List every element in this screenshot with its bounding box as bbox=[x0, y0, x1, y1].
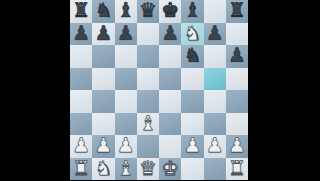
square-g5[interactable] bbox=[204, 68, 226, 91]
white-king[interactable]: ♚ bbox=[161, 158, 179, 178]
square-d3[interactable]: ♝ bbox=[137, 113, 159, 136]
square-f7[interactable]: ♞ bbox=[181, 23, 203, 46]
black-pawn[interactable]: ♟ bbox=[117, 23, 135, 43]
square-d5[interactable] bbox=[137, 68, 159, 91]
square-d2[interactable] bbox=[137, 135, 159, 158]
square-a1[interactable]: ♜ bbox=[70, 158, 92, 181]
square-e3[interactable] bbox=[159, 113, 181, 136]
square-a2[interactable]: ♟ bbox=[70, 135, 92, 158]
square-b5[interactable] bbox=[92, 68, 114, 91]
square-d4[interactable] bbox=[137, 90, 159, 113]
square-b6[interactable] bbox=[92, 45, 114, 68]
square-a7[interactable]: ♟ bbox=[70, 23, 92, 46]
black-pawn[interactable]: ♟ bbox=[206, 23, 224, 43]
square-e6[interactable] bbox=[159, 45, 181, 68]
square-g4[interactable] bbox=[204, 90, 226, 113]
square-h1[interactable]: ♜ bbox=[226, 158, 248, 181]
square-c3[interactable] bbox=[115, 113, 137, 136]
square-h8[interactable]: ♜ bbox=[226, 0, 248, 23]
square-b1[interactable]: ♞ bbox=[92, 158, 114, 181]
white-rook[interactable]: ♜ bbox=[228, 158, 246, 178]
white-pawn[interactable]: ♟ bbox=[228, 135, 246, 155]
video-frame: ♜♞♝♛♚♝♜♟♟♟♟♞♟♞♟♝♟♟♟♟♟♟♜♞♝♛♚♜ bbox=[0, 0, 320, 180]
white-pawn[interactable]: ♟ bbox=[117, 135, 135, 155]
letterbox-left bbox=[0, 0, 70, 180]
square-f2[interactable]: ♟ bbox=[181, 135, 203, 158]
black-bishop[interactable]: ♝ bbox=[117, 0, 135, 20]
square-d6[interactable] bbox=[137, 45, 159, 68]
square-c8[interactable]: ♝ bbox=[115, 0, 137, 23]
white-pawn[interactable]: ♟ bbox=[94, 135, 112, 155]
square-h7[interactable] bbox=[226, 23, 248, 46]
black-queen[interactable]: ♛ bbox=[139, 0, 157, 20]
square-e1[interactable]: ♚ bbox=[159, 158, 181, 181]
square-g6[interactable] bbox=[204, 45, 226, 68]
white-rook[interactable]: ♜ bbox=[72, 158, 90, 178]
square-f5[interactable] bbox=[181, 68, 203, 91]
square-f6[interactable]: ♞ bbox=[181, 45, 203, 68]
square-a5[interactable] bbox=[70, 68, 92, 91]
black-pawn[interactable]: ♟ bbox=[72, 23, 90, 43]
square-a8[interactable]: ♜ bbox=[70, 0, 92, 23]
square-e7[interactable]: ♟ bbox=[159, 23, 181, 46]
white-pawn[interactable]: ♟ bbox=[183, 135, 201, 155]
black-pawn[interactable]: ♟ bbox=[228, 45, 246, 65]
white-bishop[interactable]: ♝ bbox=[117, 158, 135, 178]
square-b2[interactable]: ♟ bbox=[92, 135, 114, 158]
square-g2[interactable]: ♟ bbox=[204, 135, 226, 158]
square-a3[interactable] bbox=[70, 113, 92, 136]
white-bishop[interactable]: ♝ bbox=[139, 113, 157, 133]
square-c2[interactable]: ♟ bbox=[115, 135, 137, 158]
square-h4[interactable] bbox=[226, 90, 248, 113]
square-c1[interactable]: ♝ bbox=[115, 158, 137, 181]
square-g8[interactable] bbox=[204, 0, 226, 23]
black-king[interactable]: ♚ bbox=[161, 0, 179, 20]
square-e5[interactable] bbox=[159, 68, 181, 91]
black-knight[interactable]: ♞ bbox=[183, 45, 201, 65]
square-f4[interactable] bbox=[181, 90, 203, 113]
white-knight[interactable]: ♞ bbox=[94, 158, 112, 178]
square-f1[interactable] bbox=[181, 158, 203, 181]
square-f3[interactable] bbox=[181, 113, 203, 136]
square-g7[interactable]: ♟ bbox=[204, 23, 226, 46]
square-c7[interactable]: ♟ bbox=[115, 23, 137, 46]
square-h6[interactable]: ♟ bbox=[226, 45, 248, 68]
black-pawn[interactable]: ♟ bbox=[161, 23, 179, 43]
square-h5[interactable] bbox=[226, 68, 248, 91]
square-g1[interactable] bbox=[204, 158, 226, 181]
black-knight[interactable]: ♞ bbox=[94, 0, 112, 20]
white-queen[interactable]: ♛ bbox=[139, 158, 157, 178]
square-b8[interactable]: ♞ bbox=[92, 0, 114, 23]
square-e8[interactable]: ♚ bbox=[159, 0, 181, 23]
white-pawn[interactable]: ♟ bbox=[72, 135, 90, 155]
square-a4[interactable] bbox=[70, 90, 92, 113]
square-f8[interactable]: ♝ bbox=[181, 0, 203, 23]
square-b4[interactable] bbox=[92, 90, 114, 113]
black-rook[interactable]: ♜ bbox=[72, 0, 90, 20]
square-c6[interactable] bbox=[115, 45, 137, 68]
square-e2[interactable] bbox=[159, 135, 181, 158]
black-pawn[interactable]: ♟ bbox=[94, 23, 112, 43]
white-pawn[interactable]: ♟ bbox=[206, 135, 224, 155]
square-a6[interactable] bbox=[70, 45, 92, 68]
square-b7[interactable]: ♟ bbox=[92, 23, 114, 46]
square-h3[interactable] bbox=[226, 113, 248, 136]
square-g3[interactable] bbox=[204, 113, 226, 136]
black-rook[interactable]: ♜ bbox=[228, 0, 246, 20]
black-bishop[interactable]: ♝ bbox=[183, 0, 201, 20]
square-c5[interactable] bbox=[115, 68, 137, 91]
square-c4[interactable] bbox=[115, 90, 137, 113]
square-e4[interactable] bbox=[159, 90, 181, 113]
square-d1[interactable]: ♛ bbox=[137, 158, 159, 181]
square-d7[interactable] bbox=[137, 23, 159, 46]
square-b3[interactable] bbox=[92, 113, 114, 136]
square-h2[interactable]: ♟ bbox=[226, 135, 248, 158]
letterbox-right bbox=[248, 0, 320, 180]
square-d8[interactable]: ♛ bbox=[137, 0, 159, 23]
white-knight[interactable]: ♞ bbox=[183, 23, 201, 43]
chess-board[interactable]: ♜♞♝♛♚♝♜♟♟♟♟♞♟♞♟♝♟♟♟♟♟♟♜♞♝♛♚♜ bbox=[70, 0, 248, 180]
